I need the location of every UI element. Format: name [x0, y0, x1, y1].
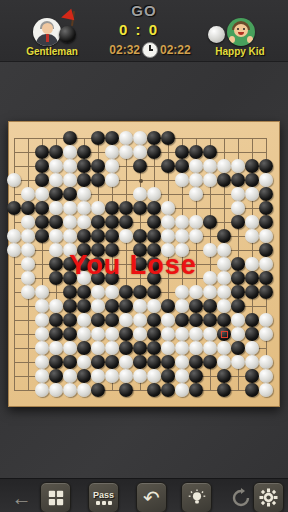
- grid-icon: [47, 489, 65, 507]
- white-stone: [63, 201, 77, 215]
- black-stone: [147, 215, 161, 229]
- white-stone: [175, 327, 189, 341]
- black-stone: [217, 369, 231, 383]
- black-stone: [119, 201, 133, 215]
- white-stone: [49, 299, 63, 313]
- score-right: 0: [149, 21, 159, 38]
- white-stone: [77, 355, 91, 369]
- black-stone: [105, 215, 119, 229]
- black-stone: [259, 201, 273, 215]
- white-stone: [245, 215, 259, 229]
- white-stone: [49, 341, 63, 355]
- white-stone: [147, 369, 161, 383]
- black-stone: [161, 159, 175, 173]
- black-stone: [35, 201, 49, 215]
- white-stone-icon: [208, 26, 225, 43]
- white-stone: [133, 369, 147, 383]
- black-stone: [91, 313, 105, 327]
- white-stone: [21, 229, 35, 243]
- white-stone: [133, 131, 147, 145]
- black-stone: [63, 285, 77, 299]
- black-stone: [77, 145, 91, 159]
- black-stone: [49, 313, 63, 327]
- white-stone: [35, 187, 49, 201]
- white-stone: [217, 355, 231, 369]
- black-stone: [105, 355, 119, 369]
- black-stone: [21, 201, 35, 215]
- pass-button[interactable]: Pass: [88, 482, 119, 512]
- star-point: [139, 179, 143, 183]
- white-stone: [77, 327, 91, 341]
- white-stone: [133, 145, 147, 159]
- white-stone: [35, 355, 49, 369]
- black-stone: [259, 187, 273, 201]
- white-stone: [63, 383, 77, 397]
- black-stone: [49, 327, 63, 341]
- white-stone: [105, 341, 119, 355]
- black-stone: [105, 229, 119, 243]
- white-stone: [119, 369, 133, 383]
- white-stone: [259, 229, 273, 243]
- white-stone: [231, 201, 245, 215]
- black-stone: [217, 383, 231, 397]
- white-stone: [231, 327, 245, 341]
- black-stone: [245, 369, 259, 383]
- black-stone: [161, 355, 175, 369]
- back-arrow-icon: ←: [12, 488, 32, 508]
- black-stone: [245, 383, 259, 397]
- white-stone: [7, 173, 21, 187]
- player-right-name: Happy Kid: [196, 46, 284, 57]
- black-stone: [91, 229, 105, 243]
- black-stone: [91, 131, 105, 145]
- refresh-icon: [231, 488, 251, 508]
- black-stone: [63, 327, 77, 341]
- black-stone: [63, 131, 77, 145]
- white-stone: [91, 285, 105, 299]
- app-title: GO: [0, 2, 288, 19]
- white-stone: [49, 201, 63, 215]
- result-overlay: You Lose: [0, 250, 266, 281]
- white-stone: [259, 355, 273, 369]
- black-stone: [203, 215, 217, 229]
- white-stone: [119, 313, 133, 327]
- white-stone: [105, 327, 119, 341]
- white-stone: [21, 285, 35, 299]
- white-stone: [91, 299, 105, 313]
- pass-dots-icon: [96, 501, 112, 505]
- white-stone: [245, 341, 259, 355]
- black-stone: [231, 299, 245, 313]
- white-stone: [259, 369, 273, 383]
- black-stone: [119, 383, 133, 397]
- black-stone: [77, 369, 91, 383]
- white-stone: [77, 187, 91, 201]
- black-stone: [231, 173, 245, 187]
- white-stone: [231, 313, 245, 327]
- white-stone: [189, 215, 203, 229]
- black-stone: [49, 215, 63, 229]
- black-stone: [49, 355, 63, 369]
- white-stone: [77, 313, 91, 327]
- black-stone: [217, 229, 231, 243]
- black-stone: [105, 131, 119, 145]
- white-stone: [189, 327, 203, 341]
- white-stone: [105, 159, 119, 173]
- white-stone: [175, 285, 189, 299]
- white-stone: [35, 299, 49, 313]
- white-stone: [147, 187, 161, 201]
- white-stone: [91, 201, 105, 215]
- avatar-face: [234, 24, 248, 37]
- white-stone: [35, 369, 49, 383]
- white-stone: [175, 299, 189, 313]
- white-stone: [189, 285, 203, 299]
- white-stone: [259, 313, 273, 327]
- white-stone: [189, 229, 203, 243]
- white-stone: [203, 285, 217, 299]
- white-stone: [133, 299, 147, 313]
- black-stone: [133, 355, 147, 369]
- black-stone: [203, 355, 217, 369]
- black-stone: [119, 341, 133, 355]
- black-stone: [63, 299, 77, 313]
- white-stone: [119, 145, 133, 159]
- black-stone: [147, 327, 161, 341]
- black-stone: [259, 285, 273, 299]
- go-app: GO Gentleman 0 : 0 02:32 02:22: [0, 0, 288, 512]
- black-stone: [35, 229, 49, 243]
- black-stone: [133, 341, 147, 355]
- white-stone: [217, 159, 231, 173]
- white-stone: [259, 173, 273, 187]
- white-stone: [161, 327, 175, 341]
- white-stone: [161, 215, 175, 229]
- white-stone: [119, 131, 133, 145]
- black-stone: [203, 313, 217, 327]
- black-stone: [133, 201, 147, 215]
- white-stone: [175, 369, 189, 383]
- white-stone: [189, 173, 203, 187]
- white-stone: [175, 229, 189, 243]
- black-stone: [147, 313, 161, 327]
- white-stone: [231, 159, 245, 173]
- white-stone: [203, 173, 217, 187]
- black-stone: [231, 285, 245, 299]
- white-stone: [175, 215, 189, 229]
- black-stone: [147, 145, 161, 159]
- black-stone: [161, 299, 175, 313]
- black-stone: [133, 285, 147, 299]
- black-stone: [77, 159, 91, 173]
- black-stone: [133, 159, 147, 173]
- white-stone: [63, 145, 77, 159]
- black-stone: [147, 285, 161, 299]
- white-stone: [77, 383, 91, 397]
- black-stone: [161, 383, 175, 397]
- white-stone: [119, 355, 133, 369]
- white-stone: [63, 215, 77, 229]
- black-stone: [189, 369, 203, 383]
- black-stone: [49, 369, 63, 383]
- white-stone: [63, 159, 77, 173]
- black-stone: [147, 383, 161, 397]
- black-stone: [203, 299, 217, 313]
- white-stone: [147, 299, 161, 313]
- white-stone: [105, 285, 119, 299]
- black-stone: [119, 215, 133, 229]
- white-stone: [175, 355, 189, 369]
- white-stone: [259, 327, 273, 341]
- black-stone: [133, 229, 147, 243]
- white-stone: [105, 145, 119, 159]
- white-stone: [91, 341, 105, 355]
- black-stone: [91, 215, 105, 229]
- lightbulb-icon: [188, 489, 206, 507]
- black-stone: [217, 173, 231, 187]
- black-stone: [7, 201, 21, 215]
- white-stone: [49, 173, 63, 187]
- black-stone: [91, 383, 105, 397]
- white-stone: [91, 327, 105, 341]
- black-stone: [77, 341, 91, 355]
- white-stone: [63, 229, 77, 243]
- white-stone: [133, 313, 147, 327]
- white-stone: [63, 173, 77, 187]
- black-stone: [63, 187, 77, 201]
- white-stone: [161, 201, 175, 215]
- white-stone: [35, 313, 49, 327]
- white-stone: [35, 327, 49, 341]
- white-stone: [203, 159, 217, 173]
- white-stone: [49, 383, 63, 397]
- white-stone: [161, 229, 175, 243]
- black-stone: [245, 327, 259, 341]
- black-stone: [119, 299, 133, 313]
- black-stone: [189, 383, 203, 397]
- white-stone: [217, 299, 231, 313]
- black-stone: [175, 145, 189, 159]
- white-stone: [21, 215, 35, 229]
- last-move-marker: [221, 331, 228, 338]
- white-stone: [35, 383, 49, 397]
- black-stone: [77, 229, 91, 243]
- player-right-avatar[interactable]: [227, 18, 255, 46]
- refresh-button[interactable]: [225, 482, 256, 512]
- white-stone: [133, 187, 147, 201]
- white-stone: [49, 159, 63, 173]
- settings-button[interactable]: [253, 482, 284, 512]
- black-stone: [147, 131, 161, 145]
- black-stone: [217, 313, 231, 327]
- white-stone: [35, 285, 49, 299]
- black-stone: [245, 285, 259, 299]
- black-stone: [91, 159, 105, 173]
- black-stone: [189, 355, 203, 369]
- black-stone: [105, 313, 119, 327]
- black-stone: [161, 369, 175, 383]
- undo-button[interactable]: ↶: [136, 482, 167, 512]
- back-button[interactable]: ←: [6, 482, 37, 512]
- black-stone: [91, 355, 105, 369]
- white-stone: [35, 341, 49, 355]
- black-stone: [189, 145, 203, 159]
- clock-icon: [142, 42, 158, 58]
- white-stone: [49, 229, 63, 243]
- white-stone: [245, 229, 259, 243]
- black-stone: [147, 355, 161, 369]
- black-stone: [35, 159, 49, 173]
- black-stone: [63, 313, 77, 327]
- undo-arrow-icon: ↶: [143, 488, 160, 508]
- white-stone: [21, 187, 35, 201]
- white-stone: [189, 187, 203, 201]
- black-stone: [175, 159, 189, 173]
- hint-button[interactable]: [181, 482, 212, 512]
- white-stone: [203, 341, 217, 355]
- black-stone: [147, 229, 161, 243]
- black-stone: [63, 355, 77, 369]
- black-stone: [245, 173, 259, 187]
- white-stone: [245, 355, 259, 369]
- white-stone: [63, 369, 77, 383]
- white-stone: [189, 341, 203, 355]
- white-stone: [175, 173, 189, 187]
- black-stone: [189, 313, 203, 327]
- black-stone: [189, 299, 203, 313]
- black-stone: [77, 299, 91, 313]
- black-stone: [259, 159, 273, 173]
- white-stone: [63, 341, 77, 355]
- white-stone: [175, 383, 189, 397]
- white-stone: [133, 327, 147, 341]
- black-stone: [147, 201, 161, 215]
- toolbar: ← Pass ↶: [0, 478, 288, 512]
- black-stone: [105, 201, 119, 215]
- white-stone: [77, 201, 91, 215]
- black-stone: [175, 313, 189, 327]
- black-stone: [77, 173, 91, 187]
- white-stone: [231, 355, 245, 369]
- header-bar: GO Gentleman 0 : 0 02:32 02:22: [0, 0, 288, 62]
- black-stone: [119, 285, 133, 299]
- white-stone: [7, 229, 21, 243]
- black-stone: [77, 285, 91, 299]
- white-stone: [161, 313, 175, 327]
- white-stone: [217, 341, 231, 355]
- white-stone: [77, 215, 91, 229]
- white-stone: [189, 159, 203, 173]
- black-stone: [119, 327, 133, 341]
- black-stone: [245, 313, 259, 327]
- white-stone: [161, 341, 175, 355]
- black-stone: [35, 215, 49, 229]
- black-stone: [49, 187, 63, 201]
- white-stone: [231, 187, 245, 201]
- black-stone: [231, 215, 245, 229]
- black-stone: [91, 173, 105, 187]
- black-stone: [161, 131, 175, 145]
- score-left: 0: [119, 21, 129, 38]
- white-stone: [175, 341, 189, 355]
- black-stone: [105, 299, 119, 313]
- white-stone: [105, 369, 119, 383]
- gear-icon: [259, 488, 278, 507]
- white-stone: [203, 327, 217, 341]
- black-stone: [49, 145, 63, 159]
- player-right-timer: 02:22: [160, 43, 191, 57]
- black-stone: [245, 159, 259, 173]
- score-separator: :: [136, 21, 143, 38]
- white-stone: [217, 285, 231, 299]
- player-left-timer: 02:32: [109, 43, 140, 57]
- board-grid-button[interactable]: [40, 482, 71, 512]
- white-stone: [91, 369, 105, 383]
- black-stone: [203, 145, 217, 159]
- pass-label: Pass: [93, 490, 114, 500]
- white-stone: [245, 187, 259, 201]
- black-stone: [231, 341, 245, 355]
- black-stone: [35, 145, 49, 159]
- black-stone: [147, 341, 161, 355]
- white-stone: [119, 229, 133, 243]
- black-stone: [259, 215, 273, 229]
- white-stone: [259, 383, 273, 397]
- white-stone: [105, 173, 119, 187]
- black-stone: [35, 173, 49, 187]
